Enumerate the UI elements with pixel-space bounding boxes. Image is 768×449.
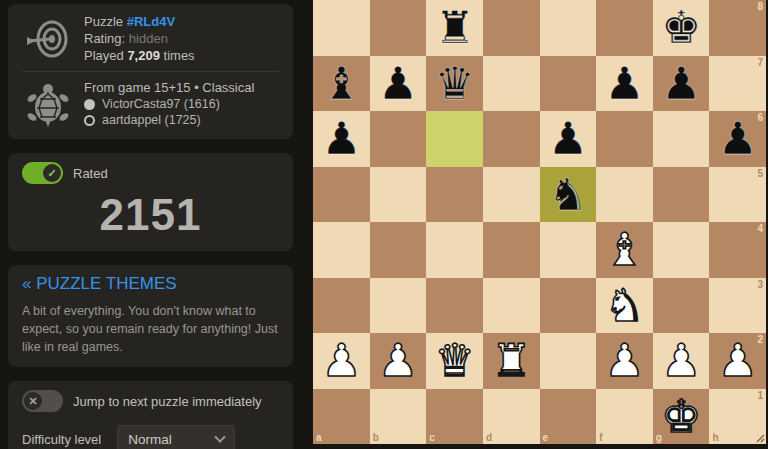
square-c6[interactable]: [426, 111, 483, 167]
square-f2[interactable]: ♟: [596, 333, 653, 389]
square-c7[interactable]: ♛: [426, 56, 483, 112]
square-g4[interactable]: [653, 222, 710, 278]
square-a8[interactable]: [313, 0, 370, 56]
square-a6[interactable]: ♟: [313, 111, 370, 167]
square-g7[interactable]: ♟: [653, 56, 710, 112]
piece-black-king[interactable]: ♚: [661, 5, 701, 50]
chess-board: ♜♚8♝♟♛♟♟7♟♟♟6♞5♝4♞3♟♟♛♜♟♟♟2abcdef♚gh1: [313, 0, 766, 444]
puzzle-controls-panel: ✕ Jump to next puzzle immediately Diffic…: [8, 381, 293, 449]
square-b1[interactable]: b: [370, 389, 427, 445]
square-a7[interactable]: ♝: [313, 56, 370, 112]
piece-black-pawn[interactable]: ♟: [378, 61, 418, 106]
square-f4[interactable]: ♝: [596, 222, 653, 278]
panel-divider: [22, 71, 279, 72]
played-label: Played: [84, 48, 124, 63]
player-white-row[interactable]: VictorCasta97 (1616): [84, 96, 254, 112]
square-f6[interactable]: [596, 111, 653, 167]
piece-white-king[interactable]: ♚: [661, 394, 701, 439]
difficulty-value: Normal: [128, 432, 172, 447]
square-e2[interactable]: [540, 333, 597, 389]
rank-label-1: 1: [757, 390, 763, 401]
square-f1[interactable]: f: [596, 389, 653, 445]
square-d6[interactable]: [483, 111, 540, 167]
square-d5[interactable]: [483, 167, 540, 223]
square-c1[interactable]: c: [426, 389, 483, 445]
check-icon: ✓: [43, 164, 61, 182]
file-label-a: a: [316, 432, 322, 443]
rank-label-2: 2: [757, 334, 763, 345]
turtle-icon: [22, 81, 74, 127]
piece-white-knight[interactable]: ♞: [604, 283, 644, 328]
square-e4[interactable]: [540, 222, 597, 278]
played-count: 7,209: [127, 48, 160, 63]
square-f7[interactable]: ♟: [596, 56, 653, 112]
piece-white-bishop[interactable]: ♝: [604, 227, 644, 272]
file-label-g: g: [656, 432, 662, 443]
piece-black-queen[interactable]: ♛: [434, 61, 474, 106]
square-h6[interactable]: ♟6: [709, 111, 766, 167]
square-e3[interactable]: [540, 278, 597, 334]
player-white-name: VictorCasta97 (1616): [102, 96, 220, 112]
square-g8[interactable]: ♚: [653, 0, 710, 56]
chevron-down-icon: [215, 431, 226, 442]
rating-label: Rating:: [84, 31, 125, 46]
rank-label-5: 5: [757, 168, 763, 179]
rated-toggle[interactable]: ✓: [22, 162, 63, 184]
file-label-d: d: [486, 432, 492, 443]
square-b8[interactable]: [370, 0, 427, 56]
square-f8[interactable]: [596, 0, 653, 56]
square-h5[interactable]: 5: [709, 167, 766, 223]
rated-panel: ✓ Rated 2151: [8, 153, 293, 251]
square-g2[interactable]: ♟: [653, 333, 710, 389]
piece-white-pawn[interactable]: ♟: [661, 338, 701, 383]
square-g3[interactable]: [653, 278, 710, 334]
square-b5[interactable]: [370, 167, 427, 223]
puzzle-id-link[interactable]: #RLd4V: [127, 14, 175, 29]
puzzle-themes-panel: « PUZZLE THEMES A bit of everything. You…: [8, 265, 293, 367]
square-h8[interactable]: 8: [709, 0, 766, 56]
rank-label-6: 6: [757, 112, 763, 123]
file-label-h: h: [712, 432, 718, 443]
puzzle-sidebar: Puzzle #RLd4V Rating: hidden Played 7,20…: [0, 0, 313, 449]
puzzle-label: Puzzle: [84, 14, 123, 29]
piece-black-pawn[interactable]: ♟: [661, 61, 701, 106]
puzzle-themes-link[interactable]: « PUZZLE THEMES: [22, 274, 177, 294]
square-b6[interactable]: [370, 111, 427, 167]
square-b2[interactable]: ♟: [370, 333, 427, 389]
piece-white-rook[interactable]: ♜: [491, 338, 531, 383]
piece-black-pawn[interactable]: ♟: [718, 116, 758, 161]
jump-next-toggle[interactable]: ✕: [22, 390, 63, 412]
file-label-e: e: [543, 432, 549, 443]
piece-white-pawn[interactable]: ♟: [378, 338, 418, 383]
square-b3[interactable]: [370, 278, 427, 334]
square-h3[interactable]: 3: [709, 278, 766, 334]
player-black-row[interactable]: aartdappel (1725): [84, 112, 254, 128]
square-d7[interactable]: [483, 56, 540, 112]
jump-next-label: Jump to next puzzle immediately: [73, 394, 262, 409]
black-player-disc-icon: [84, 115, 95, 126]
player-black-name: aartdappel (1725): [102, 112, 201, 128]
square-a1[interactable]: a: [313, 389, 370, 445]
square-a4[interactable]: [313, 222, 370, 278]
user-puzzle-rating: 2151: [22, 190, 279, 240]
square-c4[interactable]: [426, 222, 483, 278]
piece-black-knight[interactable]: ♞: [548, 172, 588, 217]
square-b7[interactable]: ♟: [370, 56, 427, 112]
square-e1[interactable]: e: [540, 389, 597, 445]
piece-white-queen[interactable]: ♛: [434, 338, 474, 383]
piece-black-pawn[interactable]: ♟: [604, 61, 644, 106]
square-f5[interactable]: [596, 167, 653, 223]
file-label-f: f: [599, 432, 602, 443]
board-area: ♜♚8♝♟♛♟♟7♟♟♟6♞5♝4♞3♟♟♛♜♟♟♟2abcdef♚gh1: [313, 0, 766, 444]
target-icon: [22, 17, 74, 61]
square-e8[interactable]: [540, 0, 597, 56]
square-e6[interactable]: ♟: [540, 111, 597, 167]
square-g6[interactable]: [653, 111, 710, 167]
file-label-c: c: [429, 432, 435, 443]
square-d4[interactable]: [483, 222, 540, 278]
file-label-b: b: [373, 432, 379, 443]
piece-white-pawn[interactable]: ♟: [604, 338, 644, 383]
white-player-disc-icon: [84, 99, 95, 110]
square-a3[interactable]: [313, 278, 370, 334]
piece-black-pawn[interactable]: ♟: [321, 116, 361, 161]
piece-white-pawn[interactable]: ♟: [718, 338, 758, 383]
square-f3[interactable]: ♞: [596, 278, 653, 334]
square-a5[interactable]: [313, 167, 370, 223]
rank-label-4: 4: [757, 223, 763, 234]
rank-label-3: 3: [757, 279, 763, 290]
difficulty-select[interactable]: Normal: [117, 425, 235, 449]
piece-black-bishop[interactable]: ♝: [321, 61, 361, 106]
square-c5[interactable]: [426, 167, 483, 223]
rated-label: Rated: [73, 166, 108, 181]
difficulty-label: Difficulty level: [22, 432, 101, 447]
square-b4[interactable]: [370, 222, 427, 278]
square-h2[interactable]: ♟2: [709, 333, 766, 389]
square-e7[interactable]: [540, 56, 597, 112]
square-d3[interactable]: [483, 278, 540, 334]
square-c8[interactable]: ♜: [426, 0, 483, 56]
rank-label-8: 8: [757, 1, 763, 12]
square-g1[interactable]: ♚g: [653, 389, 710, 445]
square-g5[interactable]: [653, 167, 710, 223]
square-e5[interactable]: ♞: [540, 167, 597, 223]
puzzle-info-panel: Puzzle #RLd4V Rating: hidden Played 7,20…: [8, 4, 293, 139]
rating-value: hidden: [129, 31, 168, 46]
square-h7[interactable]: 7: [709, 56, 766, 112]
square-d8[interactable]: [483, 0, 540, 56]
board-resize-handle[interactable]: [754, 432, 765, 443]
piece-white-pawn[interactable]: ♟: [321, 338, 361, 383]
theme-description: A bit of everything. You don't know what…: [22, 302, 279, 356]
rank-label-7: 7: [757, 57, 763, 68]
square-d2[interactable]: ♜: [483, 333, 540, 389]
game-source: From game 15+15 • Classical: [84, 79, 254, 96]
square-h4[interactable]: 4: [709, 222, 766, 278]
piece-black-rook[interactable]: ♜: [434, 5, 474, 50]
x-icon: ✕: [24, 392, 42, 410]
square-d1[interactable]: d: [483, 389, 540, 445]
played-suffix: times: [164, 48, 195, 63]
square-c2[interactable]: ♛: [426, 333, 483, 389]
square-a2[interactable]: ♟: [313, 333, 370, 389]
square-c3[interactable]: [426, 278, 483, 334]
piece-black-pawn[interactable]: ♟: [548, 116, 588, 161]
